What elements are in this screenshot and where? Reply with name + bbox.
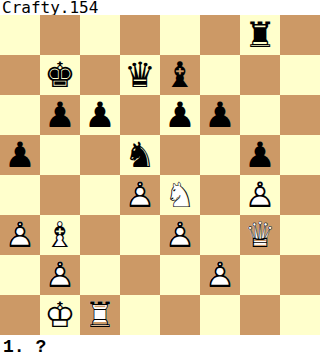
square-d7[interactable]: ♛ <box>120 55 160 95</box>
piece-black-pawn[interactable]: ♟ <box>40 95 80 135</box>
square-d4[interactable]: ♟♙ <box>120 175 160 215</box>
square-f6[interactable]: ♟ <box>200 95 240 135</box>
piece-white-pawn[interactable]: ♟♙ <box>120 175 160 215</box>
piece-black-rook[interactable]: ♜ <box>240 15 280 55</box>
square-e2[interactable] <box>160 255 200 295</box>
square-b6[interactable]: ♟ <box>40 95 80 135</box>
piece-white-king[interactable]: ♚♔ <box>40 295 80 335</box>
square-a3[interactable]: ♟♙ <box>0 215 40 255</box>
square-d1[interactable] <box>120 295 160 335</box>
square-d6[interactable] <box>120 95 160 135</box>
square-c8[interactable] <box>80 15 120 55</box>
square-c6[interactable]: ♟ <box>80 95 120 135</box>
piece-outline: ♕ <box>240 215 280 255</box>
piece-outline: ♔ <box>40 295 80 335</box>
square-e3[interactable]: ♟♙ <box>160 215 200 255</box>
move-prompt: 1. ? <box>0 335 320 360</box>
piece-outline: ♙ <box>0 215 40 255</box>
square-g8[interactable]: ♜ <box>240 15 280 55</box>
piece-outline: ♗ <box>40 215 80 255</box>
piece-black-pawn[interactable]: ♟ <box>0 135 40 175</box>
square-d8[interactable] <box>120 15 160 55</box>
piece-black-pawn[interactable]: ♟ <box>160 95 200 135</box>
square-e1[interactable] <box>160 295 200 335</box>
piece-outline: ♘ <box>160 175 200 215</box>
piece-outline: ♙ <box>120 175 160 215</box>
piece-outline: ♖ <box>80 295 120 335</box>
piece-white-pawn[interactable]: ♟♙ <box>40 255 80 295</box>
square-b8[interactable] <box>40 15 80 55</box>
square-a6[interactable] <box>0 95 40 135</box>
square-h2[interactable] <box>280 255 320 295</box>
square-d2[interactable] <box>120 255 160 295</box>
square-e8[interactable] <box>160 15 200 55</box>
piece-outline: ♙ <box>160 215 200 255</box>
square-e4[interactable]: ♞♘ <box>160 175 200 215</box>
square-c1[interactable]: ♜♖ <box>80 295 120 335</box>
square-h5[interactable] <box>280 135 320 175</box>
chess-diagram-page: Crafty.154 ♜♚♛♝♟♟♟♟♟♞♟♟♙♞♘♟♙♟♙♝♗♟♙♛♕♟♙♟♙… <box>0 0 320 360</box>
square-d5[interactable]: ♞ <box>120 135 160 175</box>
piece-black-knight[interactable]: ♞ <box>120 135 160 175</box>
square-g1[interactable] <box>240 295 280 335</box>
square-f8[interactable] <box>200 15 240 55</box>
piece-white-pawn[interactable]: ♟♙ <box>160 215 200 255</box>
square-a8[interactable] <box>0 15 40 55</box>
square-a5[interactable]: ♟ <box>0 135 40 175</box>
square-a4[interactable] <box>0 175 40 215</box>
piece-outline: ♙ <box>40 255 80 295</box>
square-h1[interactable] <box>280 295 320 335</box>
square-f2[interactable]: ♟♙ <box>200 255 240 295</box>
square-g4[interactable]: ♟♙ <box>240 175 280 215</box>
piece-white-pawn[interactable]: ♟♙ <box>0 215 40 255</box>
square-f5[interactable] <box>200 135 240 175</box>
piece-black-bishop[interactable]: ♝ <box>160 55 200 95</box>
piece-white-bishop[interactable]: ♝♗ <box>40 215 80 255</box>
chess-board: ♜♚♛♝♟♟♟♟♟♞♟♟♙♞♘♟♙♟♙♝♗♟♙♛♕♟♙♟♙♚♔♜♖ <box>0 15 320 335</box>
square-h4[interactable] <box>280 175 320 215</box>
square-b1[interactable]: ♚♔ <box>40 295 80 335</box>
square-a7[interactable] <box>0 55 40 95</box>
square-f4[interactable] <box>200 175 240 215</box>
piece-black-pawn[interactable]: ♟ <box>200 95 240 135</box>
piece-black-king[interactable]: ♚ <box>40 55 80 95</box>
square-c5[interactable] <box>80 135 120 175</box>
square-e6[interactable]: ♟ <box>160 95 200 135</box>
piece-white-knight[interactable]: ♞♘ <box>160 175 200 215</box>
piece-white-pawn[interactable]: ♟♙ <box>240 175 280 215</box>
square-b5[interactable] <box>40 135 80 175</box>
square-e7[interactable]: ♝ <box>160 55 200 95</box>
square-h6[interactable] <box>280 95 320 135</box>
square-g7[interactable] <box>240 55 280 95</box>
piece-outline: ♙ <box>200 255 240 295</box>
square-g2[interactable] <box>240 255 280 295</box>
piece-white-queen[interactable]: ♛♕ <box>240 215 280 255</box>
square-b7[interactable]: ♚ <box>40 55 80 95</box>
square-h8[interactable] <box>280 15 320 55</box>
square-d3[interactable] <box>120 215 160 255</box>
square-f3[interactable] <box>200 215 240 255</box>
square-g5[interactable]: ♟ <box>240 135 280 175</box>
square-g3[interactable]: ♛♕ <box>240 215 280 255</box>
square-b2[interactable]: ♟♙ <box>40 255 80 295</box>
square-h3[interactable] <box>280 215 320 255</box>
square-e5[interactable] <box>160 135 200 175</box>
square-b4[interactable] <box>40 175 80 215</box>
square-f1[interactable] <box>200 295 240 335</box>
square-c4[interactable] <box>80 175 120 215</box>
piece-black-pawn[interactable]: ♟ <box>240 135 280 175</box>
square-c2[interactable] <box>80 255 120 295</box>
piece-black-pawn[interactable]: ♟ <box>80 95 120 135</box>
square-c3[interactable] <box>80 215 120 255</box>
square-c7[interactable] <box>80 55 120 95</box>
square-b3[interactable]: ♝♗ <box>40 215 80 255</box>
square-g6[interactable] <box>240 95 280 135</box>
square-a2[interactable] <box>0 255 40 295</box>
piece-black-queen[interactable]: ♛ <box>120 55 160 95</box>
piece-white-rook[interactable]: ♜♖ <box>80 295 120 335</box>
page-title: Crafty.154 <box>0 0 320 15</box>
square-a1[interactable] <box>0 295 40 335</box>
piece-outline: ♙ <box>240 175 280 215</box>
piece-white-pawn[interactable]: ♟♙ <box>200 255 240 295</box>
square-h7[interactable] <box>280 55 320 95</box>
square-f7[interactable] <box>200 55 240 95</box>
